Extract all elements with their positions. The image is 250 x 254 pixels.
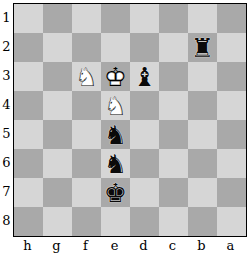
piece-black-bishop-d3[interactable]: ♝: [130, 62, 159, 91]
square-b2[interactable]: ♜: [188, 33, 217, 62]
rank-label-2: 2: [0, 32, 13, 61]
white-knight-icon: ♘: [101, 91, 130, 120]
piece-white-king-e3[interactable]: ♚♔: [101, 62, 130, 91]
square-a7[interactable]: [217, 178, 246, 207]
square-g8[interactable]: [43, 207, 72, 236]
square-c5[interactable]: [159, 120, 188, 149]
square-e6[interactable]: ♞: [101, 149, 130, 178]
square-e4[interactable]: ♞♘: [101, 91, 130, 120]
square-b8[interactable]: [188, 207, 217, 236]
square-g6[interactable]: [43, 149, 72, 178]
piece-black-knight-e5[interactable]: ♞: [101, 120, 130, 149]
black-king-icon: ♚: [101, 178, 130, 207]
square-c6[interactable]: [159, 149, 188, 178]
square-c4[interactable]: [159, 91, 188, 120]
rank-label-1: 1: [0, 3, 13, 32]
square-d7[interactable]: [130, 178, 159, 207]
rank-labels: 12345678: [0, 3, 13, 235]
square-a8[interactable]: [217, 207, 246, 236]
rank-label-7: 7: [0, 177, 13, 206]
square-d2[interactable]: [130, 33, 159, 62]
square-g3[interactable]: [43, 62, 72, 91]
square-f4[interactable]: [72, 91, 101, 120]
square-d1[interactable]: [130, 4, 159, 33]
black-knight-icon: ♞: [101, 149, 130, 178]
chess-diagram: 12345678 ♜♞♘♚♔♝♞♘♞♞♚ hgfedcba: [0, 0, 250, 254]
square-d5[interactable]: [130, 120, 159, 149]
piece-black-king-e7[interactable]: ♚: [101, 178, 130, 207]
square-b7[interactable]: [188, 178, 217, 207]
file-label-e: e: [100, 237, 129, 254]
square-c2[interactable]: [159, 33, 188, 62]
square-h3[interactable]: [14, 62, 43, 91]
square-c7[interactable]: [159, 178, 188, 207]
square-e7[interactable]: ♚: [101, 178, 130, 207]
square-b1[interactable]: [188, 4, 217, 33]
white-king-icon: ♔: [101, 62, 130, 91]
square-b5[interactable]: [188, 120, 217, 149]
chess-board[interactable]: ♜♞♘♚♔♝♞♘♞♞♚: [13, 3, 247, 237]
black-rook-icon: ♜: [188, 33, 217, 62]
square-d4[interactable]: [130, 91, 159, 120]
black-bishop-icon: ♝: [130, 62, 159, 91]
file-label-f: f: [71, 237, 100, 254]
square-g4[interactable]: [43, 91, 72, 120]
square-h6[interactable]: [14, 149, 43, 178]
rank-label-3: 3: [0, 61, 13, 90]
square-b3[interactable]: [188, 62, 217, 91]
square-h7[interactable]: [14, 178, 43, 207]
square-g7[interactable]: [43, 178, 72, 207]
square-f7[interactable]: [72, 178, 101, 207]
file-label-a: a: [216, 237, 245, 254]
square-e1[interactable]: [101, 4, 130, 33]
square-e3[interactable]: ♚♔: [101, 62, 130, 91]
square-a3[interactable]: [217, 62, 246, 91]
square-d6[interactable]: [130, 149, 159, 178]
square-c1[interactable]: [159, 4, 188, 33]
square-a2[interactable]: [217, 33, 246, 62]
piece-white-knight-e4[interactable]: ♞♘: [101, 91, 130, 120]
square-f2[interactable]: [72, 33, 101, 62]
rank-label-8: 8: [0, 206, 13, 235]
file-label-h: h: [13, 237, 42, 254]
rank-label-6: 6: [0, 148, 13, 177]
square-b4[interactable]: [188, 91, 217, 120]
square-h1[interactable]: [14, 4, 43, 33]
square-e8[interactable]: [101, 207, 130, 236]
file-label-g: g: [42, 237, 71, 254]
white-knight-icon: ♘: [72, 62, 101, 91]
square-f5[interactable]: [72, 120, 101, 149]
square-h2[interactable]: [14, 33, 43, 62]
black-knight-icon: ♞: [101, 120, 130, 149]
piece-black-knight-e6[interactable]: ♞: [101, 149, 130, 178]
square-h4[interactable]: [14, 91, 43, 120]
square-g5[interactable]: [43, 120, 72, 149]
file-labels: hgfedcba: [13, 237, 245, 254]
square-a1[interactable]: [217, 4, 246, 33]
piece-white-knight-f3[interactable]: ♞♘: [72, 62, 101, 91]
square-e5[interactable]: ♞: [101, 120, 130, 149]
square-a6[interactable]: [217, 149, 246, 178]
square-g1[interactable]: [43, 4, 72, 33]
square-f3[interactable]: ♞♘: [72, 62, 101, 91]
square-c3[interactable]: [159, 62, 188, 91]
square-d8[interactable]: [130, 207, 159, 236]
square-a5[interactable]: [217, 120, 246, 149]
square-f6[interactable]: [72, 149, 101, 178]
square-c8[interactable]: [159, 207, 188, 236]
square-g2[interactable]: [43, 33, 72, 62]
square-a4[interactable]: [217, 91, 246, 120]
file-label-d: d: [129, 237, 158, 254]
square-h8[interactable]: [14, 207, 43, 236]
rank-label-5: 5: [0, 119, 13, 148]
file-label-c: c: [158, 237, 187, 254]
file-label-b: b: [187, 237, 216, 254]
piece-black-rook-b2[interactable]: ♜: [188, 33, 217, 62]
square-d3[interactable]: ♝: [130, 62, 159, 91]
square-h5[interactable]: [14, 120, 43, 149]
square-f1[interactable]: [72, 4, 101, 33]
square-f8[interactable]: [72, 207, 101, 236]
square-b6[interactable]: [188, 149, 217, 178]
square-e2[interactable]: [101, 33, 130, 62]
rank-label-4: 4: [0, 90, 13, 119]
